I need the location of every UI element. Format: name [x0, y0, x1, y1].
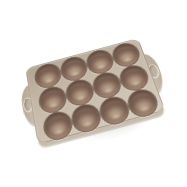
product-photo [0, 0, 187, 187]
